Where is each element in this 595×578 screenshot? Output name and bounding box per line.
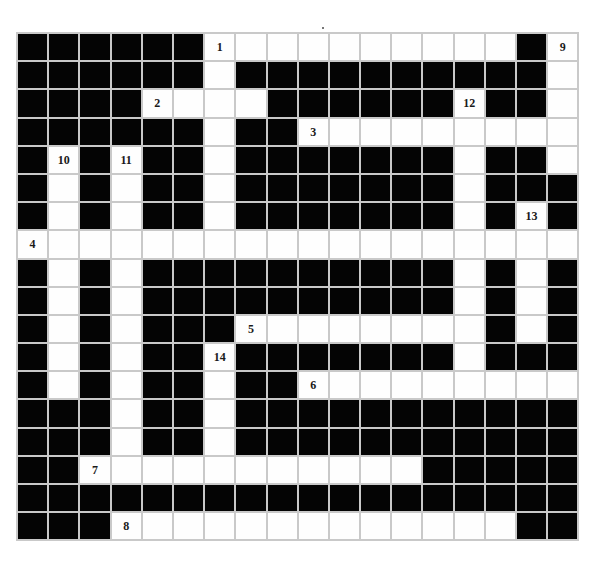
white-cell[interactable] bbox=[112, 288, 141, 314]
black-cell bbox=[548, 175, 577, 201]
clue-number: 10 bbox=[58, 154, 70, 166]
black-cell bbox=[455, 429, 484, 455]
white-cell[interactable] bbox=[423, 119, 452, 145]
black-cell bbox=[423, 203, 452, 229]
black-cell bbox=[18, 400, 47, 426]
white-cell[interactable] bbox=[548, 372, 577, 398]
white-cell[interactable] bbox=[455, 175, 484, 201]
white-cell[interactable] bbox=[423, 316, 452, 342]
black-cell bbox=[205, 260, 234, 286]
white-cell[interactable] bbox=[392, 231, 421, 257]
white-cell[interactable] bbox=[205, 90, 234, 116]
black-cell bbox=[174, 203, 203, 229]
white-cell[interactable] bbox=[143, 457, 172, 483]
black-cell bbox=[299, 400, 328, 426]
white-cell[interactable] bbox=[361, 119, 390, 145]
white-cell[interactable] bbox=[330, 513, 359, 539]
white-cell[interactable] bbox=[392, 316, 421, 342]
black-cell bbox=[517, 175, 546, 201]
white-cell[interactable] bbox=[205, 372, 234, 398]
white-cell[interactable] bbox=[361, 316, 390, 342]
white-cell[interactable] bbox=[455, 260, 484, 286]
black-cell bbox=[423, 175, 452, 201]
white-cell[interactable] bbox=[455, 316, 484, 342]
white-cell[interactable] bbox=[455, 203, 484, 229]
black-cell bbox=[80, 260, 109, 286]
black-cell bbox=[268, 485, 297, 511]
white-cell[interactable] bbox=[112, 457, 141, 483]
numbered-cell[interactable]: 8 bbox=[112, 513, 141, 539]
numbered-cell[interactable]: 1 bbox=[205, 34, 234, 60]
white-cell[interactable] bbox=[330, 316, 359, 342]
numbered-cell[interactable]: 11 bbox=[112, 147, 141, 173]
white-cell[interactable] bbox=[392, 513, 421, 539]
white-cell[interactable] bbox=[143, 513, 172, 539]
black-cell bbox=[18, 288, 47, 314]
white-cell[interactable] bbox=[268, 34, 297, 60]
numbered-cell[interactable]: 5 bbox=[236, 316, 265, 342]
black-cell bbox=[236, 119, 265, 145]
white-cell[interactable] bbox=[486, 372, 515, 398]
white-cell[interactable] bbox=[112, 429, 141, 455]
black-cell bbox=[112, 90, 141, 116]
black-cell bbox=[423, 90, 452, 116]
white-cell[interactable] bbox=[299, 513, 328, 539]
black-cell bbox=[49, 513, 78, 539]
black-cell bbox=[330, 485, 359, 511]
black-cell bbox=[299, 288, 328, 314]
white-cell[interactable] bbox=[548, 62, 577, 88]
white-cell[interactable] bbox=[455, 372, 484, 398]
white-cell[interactable] bbox=[486, 34, 515, 60]
black-cell bbox=[548, 513, 577, 539]
black-cell bbox=[299, 90, 328, 116]
white-cell[interactable] bbox=[548, 231, 577, 257]
white-cell[interactable] bbox=[517, 260, 546, 286]
white-cell[interactable] bbox=[392, 34, 421, 60]
white-cell[interactable] bbox=[236, 457, 265, 483]
black-cell bbox=[18, 34, 47, 60]
black-cell bbox=[268, 372, 297, 398]
black-cell bbox=[80, 372, 109, 398]
black-cell bbox=[18, 260, 47, 286]
white-cell[interactable] bbox=[423, 513, 452, 539]
black-cell bbox=[455, 457, 484, 483]
black-cell bbox=[236, 400, 265, 426]
white-cell[interactable] bbox=[174, 457, 203, 483]
black-cell bbox=[517, 429, 546, 455]
numbered-cell[interactable]: 13 bbox=[517, 203, 546, 229]
black-cell bbox=[205, 316, 234, 342]
black-cell bbox=[330, 147, 359, 173]
white-cell[interactable] bbox=[268, 231, 297, 257]
black-cell bbox=[174, 147, 203, 173]
white-cell[interactable] bbox=[517, 119, 546, 145]
black-cell bbox=[236, 147, 265, 173]
white-cell[interactable] bbox=[299, 34, 328, 60]
black-cell bbox=[299, 62, 328, 88]
black-cell bbox=[330, 344, 359, 370]
white-cell[interactable] bbox=[423, 372, 452, 398]
white-cell[interactable] bbox=[361, 513, 390, 539]
black-cell bbox=[49, 400, 78, 426]
black-cell bbox=[236, 175, 265, 201]
white-cell[interactable] bbox=[330, 119, 359, 145]
black-cell bbox=[268, 90, 297, 116]
black-cell bbox=[143, 119, 172, 145]
white-cell[interactable] bbox=[205, 119, 234, 145]
white-cell[interactable] bbox=[112, 175, 141, 201]
black-cell bbox=[112, 485, 141, 511]
black-cell bbox=[392, 344, 421, 370]
white-cell[interactable] bbox=[361, 457, 390, 483]
black-cell bbox=[18, 316, 47, 342]
white-cell[interactable] bbox=[299, 316, 328, 342]
white-cell[interactable] bbox=[49, 344, 78, 370]
white-cell[interactable] bbox=[455, 288, 484, 314]
black-cell bbox=[361, 147, 390, 173]
clue-number: 6 bbox=[310, 379, 316, 391]
black-cell bbox=[18, 429, 47, 455]
black-cell bbox=[80, 344, 109, 370]
white-cell[interactable] bbox=[486, 513, 515, 539]
white-cell[interactable] bbox=[205, 147, 234, 173]
black-cell bbox=[174, 372, 203, 398]
black-cell bbox=[299, 485, 328, 511]
black-cell bbox=[268, 147, 297, 173]
black-cell bbox=[18, 119, 47, 145]
black-cell bbox=[392, 485, 421, 511]
black-cell bbox=[80, 119, 109, 145]
black-cell bbox=[361, 175, 390, 201]
black-cell bbox=[361, 203, 390, 229]
black-cell bbox=[392, 147, 421, 173]
white-cell[interactable] bbox=[299, 231, 328, 257]
clue-number: 5 bbox=[248, 323, 254, 335]
black-cell bbox=[392, 90, 421, 116]
black-cell bbox=[18, 175, 47, 201]
black-cell bbox=[143, 288, 172, 314]
white-cell[interactable] bbox=[517, 372, 546, 398]
black-cell bbox=[299, 429, 328, 455]
black-cell bbox=[268, 260, 297, 286]
black-cell bbox=[486, 344, 515, 370]
black-cell bbox=[517, 147, 546, 173]
white-cell[interactable] bbox=[548, 90, 577, 116]
black-cell bbox=[143, 62, 172, 88]
white-cell[interactable] bbox=[455, 147, 484, 173]
black-cell bbox=[18, 513, 47, 539]
black-cell bbox=[143, 203, 172, 229]
clue-number: 1 bbox=[217, 41, 223, 53]
numbered-cell[interactable]: 4 bbox=[18, 231, 47, 257]
numbered-cell[interactable]: 12 bbox=[455, 90, 484, 116]
black-cell bbox=[392, 203, 421, 229]
white-cell[interactable] bbox=[517, 288, 546, 314]
white-cell[interactable] bbox=[268, 513, 297, 539]
white-cell[interactable] bbox=[205, 231, 234, 257]
black-cell bbox=[143, 429, 172, 455]
white-cell[interactable] bbox=[49, 316, 78, 342]
white-cell[interactable] bbox=[392, 119, 421, 145]
white-cell[interactable] bbox=[205, 203, 234, 229]
black-cell bbox=[174, 344, 203, 370]
black-cell bbox=[330, 62, 359, 88]
white-cell[interactable] bbox=[299, 457, 328, 483]
white-cell[interactable] bbox=[455, 34, 484, 60]
black-cell bbox=[423, 147, 452, 173]
black-cell bbox=[517, 513, 546, 539]
black-cell bbox=[330, 90, 359, 116]
black-cell bbox=[299, 147, 328, 173]
black-cell bbox=[174, 429, 203, 455]
black-cell bbox=[236, 288, 265, 314]
black-cell bbox=[361, 62, 390, 88]
black-cell bbox=[548, 203, 577, 229]
clue-number: 11 bbox=[120, 154, 131, 166]
black-cell bbox=[49, 62, 78, 88]
black-cell bbox=[143, 485, 172, 511]
black-cell bbox=[361, 260, 390, 286]
white-cell[interactable] bbox=[548, 119, 577, 145]
white-cell[interactable] bbox=[423, 231, 452, 257]
black-cell bbox=[174, 119, 203, 145]
black-cell bbox=[517, 62, 546, 88]
white-cell[interactable] bbox=[49, 231, 78, 257]
black-cell bbox=[423, 260, 452, 286]
black-cell bbox=[361, 485, 390, 511]
black-cell bbox=[299, 344, 328, 370]
black-cell bbox=[80, 485, 109, 511]
black-cell bbox=[112, 62, 141, 88]
white-cell[interactable] bbox=[330, 231, 359, 257]
black-cell bbox=[236, 372, 265, 398]
black-cell bbox=[268, 62, 297, 88]
black-cell bbox=[392, 62, 421, 88]
black-cell bbox=[236, 485, 265, 511]
white-cell[interactable] bbox=[361, 34, 390, 60]
white-cell[interactable] bbox=[236, 90, 265, 116]
white-cell[interactable] bbox=[236, 231, 265, 257]
black-cell bbox=[18, 457, 47, 483]
black-cell bbox=[18, 147, 47, 173]
black-cell bbox=[486, 316, 515, 342]
white-cell[interactable] bbox=[392, 372, 421, 398]
black-cell bbox=[18, 90, 47, 116]
white-cell[interactable] bbox=[517, 316, 546, 342]
black-cell bbox=[392, 400, 421, 426]
white-cell[interactable] bbox=[174, 90, 203, 116]
white-cell[interactable] bbox=[112, 344, 141, 370]
black-cell bbox=[236, 344, 265, 370]
black-cell bbox=[80, 34, 109, 60]
black-cell bbox=[517, 485, 546, 511]
white-cell[interactable] bbox=[205, 513, 234, 539]
black-cell bbox=[548, 344, 577, 370]
black-cell bbox=[486, 203, 515, 229]
white-cell[interactable] bbox=[236, 34, 265, 60]
white-cell[interactable] bbox=[517, 231, 546, 257]
numbered-cell[interactable]: 14 bbox=[205, 344, 234, 370]
clue-number: 13 bbox=[526, 210, 538, 222]
white-cell[interactable] bbox=[205, 400, 234, 426]
white-cell[interactable] bbox=[205, 429, 234, 455]
clue-number: 9 bbox=[560, 41, 566, 53]
black-cell bbox=[174, 34, 203, 60]
black-cell bbox=[143, 316, 172, 342]
black-cell bbox=[236, 260, 265, 286]
black-cell bbox=[143, 400, 172, 426]
black-cell bbox=[49, 457, 78, 483]
white-cell[interactable] bbox=[112, 372, 141, 398]
black-cell bbox=[392, 175, 421, 201]
black-cell bbox=[486, 429, 515, 455]
black-cell bbox=[392, 260, 421, 286]
white-cell[interactable] bbox=[112, 260, 141, 286]
black-cell bbox=[18, 203, 47, 229]
white-cell[interactable] bbox=[49, 203, 78, 229]
black-cell bbox=[143, 260, 172, 286]
numbered-cell[interactable]: 2 bbox=[143, 90, 172, 116]
clue-number: 3 bbox=[310, 126, 316, 138]
black-cell bbox=[174, 400, 203, 426]
white-cell[interactable] bbox=[268, 457, 297, 483]
white-cell[interactable] bbox=[49, 260, 78, 286]
white-cell[interactable] bbox=[330, 372, 359, 398]
black-cell bbox=[80, 62, 109, 88]
black-cell bbox=[455, 400, 484, 426]
numbered-cell[interactable]: 6 bbox=[299, 372, 328, 398]
white-cell[interactable] bbox=[361, 231, 390, 257]
numbered-cell[interactable]: 9 bbox=[548, 34, 577, 60]
black-cell bbox=[517, 90, 546, 116]
black-cell bbox=[361, 344, 390, 370]
black-cell bbox=[143, 372, 172, 398]
black-cell bbox=[330, 400, 359, 426]
black-cell bbox=[80, 90, 109, 116]
white-cell[interactable] bbox=[143, 231, 172, 257]
black-cell bbox=[423, 344, 452, 370]
white-cell[interactable] bbox=[112, 203, 141, 229]
black-cell bbox=[361, 288, 390, 314]
black-cell bbox=[236, 203, 265, 229]
black-cell bbox=[330, 429, 359, 455]
white-cell[interactable] bbox=[548, 147, 577, 173]
crossword-grid: 1921231011134514678 bbox=[16, 32, 579, 541]
black-cell bbox=[80, 203, 109, 229]
white-cell[interactable] bbox=[330, 34, 359, 60]
black-cell bbox=[548, 316, 577, 342]
black-cell bbox=[423, 457, 452, 483]
black-cell bbox=[299, 203, 328, 229]
white-cell[interactable] bbox=[112, 400, 141, 426]
black-cell bbox=[455, 485, 484, 511]
black-cell bbox=[49, 119, 78, 145]
black-cell bbox=[143, 147, 172, 173]
black-cell bbox=[361, 90, 390, 116]
black-cell bbox=[143, 175, 172, 201]
black-cell bbox=[268, 175, 297, 201]
clue-number: 12 bbox=[463, 97, 475, 109]
white-cell[interactable] bbox=[49, 175, 78, 201]
white-cell[interactable] bbox=[392, 457, 421, 483]
black-cell bbox=[268, 203, 297, 229]
white-cell[interactable] bbox=[80, 231, 109, 257]
numbered-cell[interactable]: 7 bbox=[80, 457, 109, 483]
black-cell bbox=[486, 62, 515, 88]
white-cell[interactable] bbox=[205, 457, 234, 483]
white-cell[interactable] bbox=[486, 231, 515, 257]
black-cell bbox=[423, 429, 452, 455]
black-cell bbox=[517, 457, 546, 483]
white-cell[interactable] bbox=[49, 372, 78, 398]
black-cell bbox=[486, 260, 515, 286]
black-cell bbox=[268, 344, 297, 370]
white-cell[interactable] bbox=[486, 119, 515, 145]
black-cell bbox=[18, 344, 47, 370]
white-cell[interactable] bbox=[49, 288, 78, 314]
black-cell bbox=[268, 400, 297, 426]
numbered-cell[interactable]: 3 bbox=[299, 119, 328, 145]
black-cell bbox=[548, 400, 577, 426]
black-cell bbox=[330, 288, 359, 314]
black-cell bbox=[423, 400, 452, 426]
white-cell[interactable] bbox=[236, 513, 265, 539]
white-cell[interactable] bbox=[174, 513, 203, 539]
clue-number: 14 bbox=[214, 351, 226, 363]
black-cell bbox=[18, 62, 47, 88]
white-cell[interactable] bbox=[455, 231, 484, 257]
black-cell bbox=[548, 457, 577, 483]
white-cell[interactable] bbox=[361, 372, 390, 398]
black-cell bbox=[205, 485, 234, 511]
black-cell bbox=[486, 175, 515, 201]
black-cell bbox=[174, 260, 203, 286]
white-cell[interactable] bbox=[205, 62, 234, 88]
black-cell bbox=[330, 175, 359, 201]
scan-speck bbox=[322, 27, 324, 29]
white-cell[interactable] bbox=[205, 175, 234, 201]
black-cell bbox=[112, 119, 141, 145]
black-cell bbox=[486, 288, 515, 314]
black-cell bbox=[361, 429, 390, 455]
numbered-cell[interactable]: 10 bbox=[49, 147, 78, 173]
clue-number: 7 bbox=[92, 464, 98, 476]
white-cell[interactable] bbox=[423, 34, 452, 60]
white-cell[interactable] bbox=[455, 344, 484, 370]
black-cell bbox=[80, 429, 109, 455]
white-cell[interactable] bbox=[174, 231, 203, 257]
black-cell bbox=[80, 400, 109, 426]
black-cell bbox=[80, 288, 109, 314]
white-cell[interactable] bbox=[455, 119, 484, 145]
black-cell bbox=[517, 344, 546, 370]
black-cell bbox=[174, 316, 203, 342]
puzzle-page: 1921231011134514678 bbox=[0, 0, 595, 578]
black-cell bbox=[423, 62, 452, 88]
white-cell[interactable] bbox=[330, 457, 359, 483]
white-cell[interactable] bbox=[112, 231, 141, 257]
white-cell[interactable] bbox=[112, 316, 141, 342]
white-cell[interactable] bbox=[455, 513, 484, 539]
black-cell bbox=[455, 62, 484, 88]
black-cell bbox=[548, 288, 577, 314]
black-cell bbox=[486, 457, 515, 483]
black-cell bbox=[548, 485, 577, 511]
black-cell bbox=[18, 485, 47, 511]
black-cell bbox=[392, 429, 421, 455]
white-cell[interactable] bbox=[268, 316, 297, 342]
